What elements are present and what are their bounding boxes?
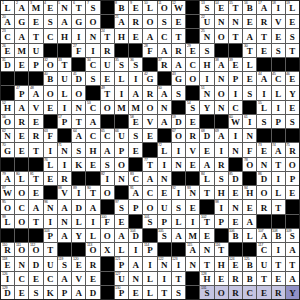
grid-cell-r17c9[interactable]: A bbox=[115, 229, 128, 242]
grid-cell-r4c7[interactable]: I bbox=[86, 44, 99, 57]
grid-cell-r16c11[interactable]: 101S bbox=[143, 215, 156, 228]
grid-cell-r19c15[interactable]: T bbox=[200, 257, 213, 270]
grid-cell-r11c9[interactable]: P bbox=[115, 143, 128, 156]
grid-cell-r16c12[interactable]: P bbox=[158, 215, 171, 228]
grid-cell-r11c8[interactable]: A bbox=[101, 143, 114, 156]
grid-cell-r19c3[interactable]: D bbox=[29, 257, 42, 270]
grid-cell-r16c3[interactable]: T bbox=[29, 215, 42, 228]
grid-cell-r19c13[interactable]: 123I bbox=[172, 257, 185, 270]
grid-cell-r18c2[interactable]: 111O bbox=[15, 243, 28, 256]
grid-cell-r18c10[interactable]: I bbox=[129, 243, 142, 256]
grid-cell-r3c13[interactable]: T bbox=[172, 29, 185, 42]
grid-cell-r20c15[interactable]: 128H bbox=[200, 272, 213, 285]
grid-cell-r17c8[interactable]: O bbox=[101, 229, 114, 242]
grid-cell-r11c12[interactable]: 72L bbox=[158, 143, 171, 156]
grid-cell-r19c5[interactable]: 119S bbox=[58, 257, 71, 270]
grid-cell-r4c2[interactable]: M bbox=[15, 44, 28, 57]
grid-cell-r20c21[interactable]: A bbox=[286, 272, 299, 285]
grid-cell-r14c13[interactable]: 92I bbox=[172, 186, 185, 199]
grid-cell-r4c3[interactable]: U bbox=[29, 44, 42, 57]
grid-cell-r6c20[interactable]: 45C bbox=[272, 72, 285, 85]
grid-cell-r1c10[interactable]: 9E bbox=[129, 1, 142, 14]
grid-cell-r4c19[interactable]: E bbox=[257, 44, 270, 57]
grid-cell-r15c13[interactable]: S bbox=[172, 200, 185, 213]
grid-cell-r9c13[interactable]: 59D bbox=[172, 115, 185, 128]
grid-cell-r2c6[interactable]: G bbox=[72, 15, 85, 28]
grid-cell-r5c2[interactable]: E bbox=[15, 58, 28, 71]
grid-cell-r20c11[interactable]: L bbox=[143, 272, 156, 285]
grid-cell-r19c10[interactable]: A bbox=[129, 257, 142, 270]
grid-cell-r10c2[interactable]: E bbox=[15, 129, 28, 142]
grid-cell-r7c4[interactable]: O bbox=[44, 86, 57, 99]
grid-cell-r16c17[interactable]: E bbox=[229, 215, 242, 228]
grid-cell-r2c4[interactable]: S bbox=[44, 15, 57, 28]
grid-cell-r6c8[interactable]: E bbox=[101, 72, 114, 85]
grid-cell-r14c12[interactable]: E bbox=[158, 186, 171, 199]
grid-cell-r13c3[interactable]: 81T bbox=[29, 172, 42, 185]
grid-cell-r5c4[interactable]: 32O bbox=[44, 58, 57, 71]
grid-cell-r11c10[interactable]: E bbox=[129, 143, 142, 156]
grid-cell-r10c6[interactable]: 64A bbox=[72, 129, 85, 142]
grid-cell-r17c18[interactable]: L bbox=[243, 229, 256, 242]
grid-cell-r1c4[interactable]: 4E bbox=[44, 1, 57, 14]
grid-cell-r6c10[interactable]: I bbox=[129, 72, 142, 85]
grid-cell-r19c12[interactable]: 122N bbox=[158, 257, 171, 270]
grid-cell-r20c16[interactable]: E bbox=[215, 272, 228, 285]
grid-cell-r2c18[interactable]: E bbox=[243, 15, 256, 28]
grid-cell-r4c13[interactable]: R bbox=[172, 44, 185, 57]
grid-cell-r17c21[interactable]: 109S bbox=[286, 229, 299, 242]
grid-cell-r14c1[interactable]: 87W bbox=[1, 186, 14, 199]
grid-cell-r5c16[interactable]: 38A bbox=[215, 58, 228, 71]
grid-cell-r14c17[interactable]: E bbox=[229, 186, 242, 199]
grid-cell-r13c10[interactable]: 83C bbox=[129, 172, 142, 185]
grid-cell-r3c5[interactable]: H bbox=[58, 29, 71, 42]
grid-cell-r2c5[interactable]: A bbox=[58, 15, 71, 28]
grid-cell-r15c6[interactable]: D bbox=[72, 200, 85, 213]
grid-cell-r11c16[interactable]: I bbox=[215, 143, 228, 156]
grid-cell-r20c20[interactable]: E bbox=[272, 272, 285, 285]
grid-cell-r11c7[interactable]: H bbox=[86, 143, 99, 156]
grid-cell-r10c8[interactable]: 65C bbox=[101, 129, 114, 142]
grid-cell-r7c5[interactable]: L bbox=[58, 86, 71, 99]
grid-cell-r7c16[interactable]: O bbox=[215, 86, 228, 99]
grid-cell-r7c2[interactable]: 47P bbox=[15, 86, 28, 99]
grid-cell-r15c19[interactable]: R bbox=[257, 200, 270, 213]
grid-cell-r6c9[interactable]: L bbox=[115, 72, 128, 85]
grid-cell-r17c10[interactable]: 104D bbox=[129, 229, 142, 242]
grid-cell-r6c15[interactable]: I bbox=[200, 72, 213, 85]
grid-cell-r18c7[interactable]: 113O bbox=[86, 243, 99, 256]
grid-cell-r13c8[interactable]: 82I bbox=[101, 172, 114, 185]
grid-cell-r8c6[interactable]: N bbox=[72, 101, 85, 114]
grid-cell-r20c6[interactable]: V bbox=[72, 272, 85, 285]
grid-cell-r15c17[interactable]: N bbox=[229, 200, 242, 213]
grid-cell-r6c18[interactable]: E bbox=[243, 72, 256, 85]
grid-cell-r7c20[interactable]: L bbox=[272, 86, 285, 99]
grid-cell-r2c7[interactable]: O bbox=[86, 15, 99, 28]
grid-cell-r12c20[interactable]: T bbox=[272, 158, 285, 171]
grid-cell-r13c20[interactable]: I bbox=[272, 172, 285, 185]
grid-cell-r8c19[interactable]: 55L bbox=[257, 101, 270, 114]
grid-cell-r18c9[interactable]: L bbox=[115, 243, 128, 256]
grid-cell-r21c19[interactable]: E bbox=[257, 286, 270, 299]
grid-cell-r12c14[interactable]: E bbox=[186, 158, 199, 171]
grid-cell-r19c17[interactable]: 124E bbox=[229, 257, 242, 270]
grid-cell-r19c7[interactable]: R bbox=[86, 257, 99, 270]
grid-cell-r7c18[interactable]: S bbox=[243, 86, 256, 99]
grid-cell-r3c7[interactable]: N bbox=[86, 29, 99, 42]
grid-cell-r1c5[interactable]: 5N bbox=[58, 1, 71, 14]
grid-cell-r6c21[interactable]: 46E bbox=[286, 72, 299, 85]
grid-cell-r3c1[interactable]: 23C bbox=[1, 29, 14, 42]
grid-cell-r2c12[interactable]: S bbox=[158, 15, 171, 28]
grid-cell-r15c18[interactable]: E bbox=[243, 200, 256, 213]
grid-cell-r8c3[interactable]: V bbox=[29, 101, 42, 114]
grid-cell-r17c17[interactable]: 106B bbox=[229, 229, 242, 242]
grid-cell-r17c5[interactable]: A bbox=[58, 229, 71, 242]
grid-cell-r3c17[interactable]: T bbox=[229, 29, 242, 42]
grid-cell-r2c21[interactable]: E bbox=[286, 15, 299, 28]
grid-cell-r2c2[interactable]: G bbox=[15, 15, 28, 28]
grid-cell-r16c14[interactable]: I bbox=[186, 215, 199, 228]
grid-cell-r3c18[interactable]: A bbox=[243, 29, 256, 42]
grid-cell-r2c16[interactable]: N bbox=[215, 15, 228, 28]
grid-cell-r19c2[interactable]: N bbox=[15, 257, 28, 270]
grid-cell-r17c6[interactable]: Y bbox=[72, 229, 85, 242]
grid-cell-r6c5[interactable]: U bbox=[58, 72, 71, 85]
grid-cell-r20c12[interactable]: I bbox=[158, 272, 171, 285]
grid-cell-r11c21[interactable]: 75R bbox=[286, 143, 299, 156]
grid-cell-r12c5[interactable]: I bbox=[58, 158, 71, 171]
grid-cell-r17c4[interactable]: 103P bbox=[44, 229, 57, 242]
grid-cell-r8c17[interactable]: C bbox=[229, 101, 242, 114]
grid-cell-r3c6[interactable]: I bbox=[72, 29, 85, 42]
grid-cell-r11c15[interactable]: E bbox=[200, 143, 213, 156]
grid-cell-r14c2[interactable]: O bbox=[15, 186, 28, 199]
grid-cell-r21c1[interactable]: 129D bbox=[1, 286, 14, 299]
grid-cell-r14c16[interactable]: H bbox=[215, 186, 228, 199]
grid-cell-r11c14[interactable]: V bbox=[186, 143, 199, 156]
grid-cell-r3c3[interactable]: T bbox=[29, 29, 42, 42]
grid-cell-r16c16[interactable]: P bbox=[215, 215, 228, 228]
grid-cell-r13c16[interactable]: S bbox=[215, 172, 228, 185]
grid-cell-r1c3[interactable]: 3M bbox=[29, 1, 42, 14]
grid-cell-r17c7[interactable]: L bbox=[86, 229, 99, 242]
grid-cell-r21c6[interactable]: A bbox=[72, 286, 85, 299]
grid-cell-r21c16[interactable]: O bbox=[215, 286, 228, 299]
grid-cell-r21c9[interactable]: 130P bbox=[115, 286, 128, 299]
grid-cell-r9c21[interactable]: S bbox=[286, 115, 299, 128]
grid-cell-r1c1[interactable]: 1L bbox=[1, 1, 14, 14]
grid-cell-r5c17[interactable]: 39E bbox=[229, 58, 242, 71]
grid-cell-r6c14[interactable]: O bbox=[186, 72, 199, 85]
grid-cell-r11c2[interactable]: E bbox=[15, 143, 28, 156]
grid-cell-r3c8[interactable]: 24T bbox=[101, 29, 114, 42]
grid-cell-r10c16[interactable]: 69A bbox=[215, 129, 228, 142]
grid-cell-r21c4[interactable]: K bbox=[44, 286, 57, 299]
grid-cell-r11c19[interactable]: 73E bbox=[257, 143, 270, 156]
grid-cell-r1c11[interactable]: 10L bbox=[143, 1, 156, 14]
grid-cell-r20c3[interactable]: E bbox=[29, 272, 42, 285]
grid-cell-r17c19[interactable]: 107A bbox=[257, 229, 270, 242]
grid-cell-r6c17[interactable]: P bbox=[229, 72, 242, 85]
grid-cell-r10c9[interactable]: 66U bbox=[115, 129, 128, 142]
grid-cell-r8c4[interactable]: E bbox=[44, 101, 57, 114]
grid-cell-r12c18[interactable]: 78O bbox=[243, 158, 256, 171]
grid-cell-r9c6[interactable]: T bbox=[72, 115, 85, 128]
grid-cell-r1c21[interactable]: 19L bbox=[286, 1, 299, 14]
grid-cell-r17c12[interactable]: 105S bbox=[158, 229, 171, 242]
grid-cell-r14c11[interactable]: C bbox=[143, 186, 156, 199]
grid-cell-r20c13[interactable]: T bbox=[172, 272, 185, 285]
grid-cell-r21c18[interactable]: C bbox=[243, 286, 256, 299]
grid-cell-r4c6[interactable]: 27F bbox=[72, 44, 85, 57]
grid-cell-r10c15[interactable]: 68D bbox=[200, 129, 213, 142]
grid-cell-r1c16[interactable]: 14E bbox=[215, 1, 228, 14]
grid-cell-r17c14[interactable]: M bbox=[186, 229, 199, 242]
grid-cell-r14c5[interactable]: 88V bbox=[58, 186, 71, 199]
grid-cell-r1c12[interactable]: 11O bbox=[158, 1, 171, 14]
grid-cell-r1c7[interactable]: 7S bbox=[86, 1, 99, 14]
grid-cell-r9c5[interactable]: 57P bbox=[58, 115, 71, 128]
grid-cell-r8c12[interactable]: N bbox=[158, 101, 171, 114]
grid-cell-r3c10[interactable]: E bbox=[129, 29, 142, 42]
grid-cell-r12c4[interactable]: 76L bbox=[44, 158, 57, 171]
grid-cell-r10c10[interactable]: S bbox=[129, 129, 142, 142]
grid-cell-r10c13[interactable]: 67O bbox=[172, 129, 185, 142]
grid-cell-r8c20[interactable]: I bbox=[272, 101, 285, 114]
grid-cell-r13c4[interactable]: E bbox=[44, 172, 57, 185]
grid-cell-r21c2[interactable]: E bbox=[15, 286, 28, 299]
grid-cell-r8c7[interactable]: 53C bbox=[86, 101, 99, 114]
grid-cell-r12c19[interactable]: N bbox=[257, 158, 270, 171]
grid-cell-r12c7[interactable]: E bbox=[86, 158, 99, 171]
grid-cell-r15c3[interactable]: A bbox=[29, 200, 42, 213]
grid-cell-r12c13[interactable]: N bbox=[172, 158, 185, 171]
grid-cell-r10c4[interactable]: 63F bbox=[44, 129, 57, 142]
grid-cell-r1c2[interactable]: 2A bbox=[15, 1, 28, 14]
grid-cell-r7c17[interactable]: I bbox=[229, 86, 242, 99]
grid-cell-r9c19[interactable]: S bbox=[257, 115, 270, 128]
grid-cell-r7c13[interactable]: S bbox=[172, 86, 185, 99]
grid-cell-r12c16[interactable]: R bbox=[215, 158, 228, 171]
grid-cell-r15c7[interactable]: A bbox=[86, 200, 99, 213]
grid-cell-r5c9[interactable]: 35S bbox=[115, 58, 128, 71]
grid-cell-r13c19[interactable]: 86D bbox=[257, 172, 270, 185]
grid-cell-r9c3[interactable]: E bbox=[29, 115, 42, 128]
grid-cell-r5c15[interactable]: H bbox=[200, 58, 213, 71]
grid-cell-r19c20[interactable]: T bbox=[272, 257, 285, 270]
grid-cell-r14c18[interactable]: 94H bbox=[243, 186, 256, 199]
grid-cell-r9c20[interactable]: P bbox=[272, 115, 285, 128]
grid-cell-r9c18[interactable]: 61I bbox=[243, 115, 256, 128]
grid-cell-r16c5[interactable]: N bbox=[58, 215, 71, 228]
grid-cell-r8c10[interactable]: M bbox=[129, 101, 142, 114]
grid-cell-r20c18[interactable]: B bbox=[243, 272, 256, 285]
grid-cell-r16c8[interactable]: 100F bbox=[101, 215, 114, 228]
grid-cell-r18c3[interactable]: 112O bbox=[29, 243, 42, 256]
grid-cell-r16c13[interactable]: L bbox=[172, 215, 185, 228]
grid-cell-r5c14[interactable]: C bbox=[186, 58, 199, 71]
grid-cell-r8c1[interactable]: 52H bbox=[1, 101, 14, 114]
grid-cell-r2c20[interactable]: V bbox=[272, 15, 285, 28]
grid-cell-r7c6[interactable]: O bbox=[72, 86, 85, 99]
grid-cell-r18c16[interactable]: 116T bbox=[215, 243, 228, 256]
grid-cell-r7c21[interactable]: Y bbox=[286, 86, 299, 99]
grid-cell-r19c11[interactable]: I bbox=[143, 257, 156, 270]
grid-cell-r16c18[interactable]: A bbox=[243, 215, 256, 228]
grid-cell-r20c10[interactable]: N bbox=[129, 272, 142, 285]
grid-cell-r6c6[interactable]: 41D bbox=[72, 72, 85, 85]
grid-cell-r16c9[interactable]: E bbox=[115, 215, 128, 228]
grid-cell-r3c11[interactable]: A bbox=[143, 29, 156, 42]
grid-cell-r8c15[interactable]: Y bbox=[200, 101, 213, 114]
grid-cell-r8c14[interactable]: 54S bbox=[186, 101, 199, 114]
grid-cell-r21c5[interactable]: P bbox=[58, 286, 71, 299]
grid-cell-r1c6[interactable]: 6T bbox=[72, 1, 85, 14]
grid-cell-r4c8[interactable]: R bbox=[101, 44, 114, 57]
grid-cell-r1c13[interactable]: 12W bbox=[172, 1, 185, 14]
grid-cell-r4c21[interactable]: T bbox=[286, 44, 299, 57]
grid-cell-r14c20[interactable]: L bbox=[272, 186, 285, 199]
grid-cell-r14c8[interactable]: O bbox=[101, 186, 114, 199]
grid-cell-r10c3[interactable]: R bbox=[29, 129, 42, 142]
grid-cell-r8c8[interactable]: O bbox=[101, 101, 114, 114]
grid-cell-r3c16[interactable]: O bbox=[215, 29, 228, 42]
grid-cell-r20c9[interactable]: 127U bbox=[115, 272, 128, 285]
grid-cell-r11c5[interactable]: 71N bbox=[58, 143, 71, 156]
grid-cell-r17c20[interactable]: 108B bbox=[272, 229, 285, 242]
grid-cell-r8c16[interactable]: N bbox=[215, 101, 228, 114]
grid-cell-r7c8[interactable]: 49T bbox=[101, 86, 114, 99]
grid-cell-r6c16[interactable]: N bbox=[215, 72, 228, 85]
grid-cell-r14c3[interactable]: E bbox=[29, 186, 42, 199]
grid-cell-r3c19[interactable]: T bbox=[257, 29, 270, 42]
grid-cell-r15c4[interactable]: 96N bbox=[44, 200, 57, 213]
grid-cell-r20c2[interactable]: C bbox=[15, 272, 28, 285]
grid-cell-r10c7[interactable]: C bbox=[86, 129, 99, 142]
grid-cell-r2c17[interactable]: N bbox=[229, 15, 242, 28]
grid-cell-r6c4[interactable]: 40B bbox=[44, 72, 57, 85]
grid-cell-r16c2[interactable]: O bbox=[15, 215, 28, 228]
grid-cell-r14c21[interactable]: E bbox=[286, 186, 299, 199]
grid-cell-r11c13[interactable]: I bbox=[172, 143, 185, 156]
grid-cell-r10c11[interactable]: E bbox=[143, 129, 156, 142]
grid-cell-r3c2[interactable]: A bbox=[15, 29, 28, 42]
grid-cell-r19c14[interactable]: N bbox=[186, 257, 199, 270]
grid-cell-r13c21[interactable]: P bbox=[286, 172, 299, 185]
grid-cell-r2c9[interactable]: 21A bbox=[115, 15, 128, 28]
grid-cell-r5c3[interactable]: P bbox=[29, 58, 42, 71]
grid-cell-r7c9[interactable]: I bbox=[115, 86, 128, 99]
grid-cell-r11c3[interactable]: T bbox=[29, 143, 42, 156]
grid-cell-r13c5[interactable]: R bbox=[58, 172, 71, 185]
grid-cell-r15c16[interactable]: 98I bbox=[215, 200, 228, 213]
grid-cell-r19c9[interactable]: 121P bbox=[115, 257, 128, 270]
grid-cell-r1c18[interactable]: 16B bbox=[243, 1, 256, 14]
grid-cell-r5c5[interactable]: 33T bbox=[58, 58, 71, 71]
grid-cell-r8c9[interactable]: M bbox=[115, 101, 128, 114]
grid-cell-r20c5[interactable]: A bbox=[58, 272, 71, 285]
grid-cell-r18c8[interactable]: X bbox=[101, 243, 114, 256]
grid-cell-r12c6[interactable]: K bbox=[72, 158, 85, 171]
grid-cell-r7c10[interactable]: A bbox=[129, 86, 142, 99]
grid-cell-r9c17[interactable]: 60W bbox=[229, 115, 242, 128]
grid-cell-r13c15[interactable]: 84L bbox=[200, 172, 213, 185]
grid-cell-r13c11[interactable]: A bbox=[143, 172, 156, 185]
grid-cell-r19c1[interactable]: 118E bbox=[1, 257, 14, 270]
grid-cell-r19c16[interactable]: H bbox=[215, 257, 228, 270]
grid-cell-r21c20[interactable]: R bbox=[272, 286, 285, 299]
grid-cell-r8c21[interactable]: E bbox=[286, 101, 299, 114]
grid-cell-r3c12[interactable]: C bbox=[158, 29, 171, 42]
grid-cell-r5c7[interactable]: 34C bbox=[86, 58, 99, 71]
grid-cell-r8c11[interactable]: O bbox=[143, 101, 156, 114]
grid-cell-r7c3[interactable]: 48A bbox=[29, 86, 42, 99]
grid-cell-r20c19[interactable]: T bbox=[257, 272, 270, 285]
grid-cell-r4c1[interactable]: 26E bbox=[1, 44, 14, 57]
grid-cell-r9c12[interactable]: A bbox=[158, 115, 171, 128]
grid-cell-r18c1[interactable]: 110R bbox=[1, 243, 14, 256]
grid-cell-r18c11[interactable]: 114P bbox=[143, 243, 156, 256]
grid-cell-r6c13[interactable]: 43G bbox=[172, 72, 185, 85]
grid-cell-r4c14[interactable]: 29E bbox=[186, 44, 199, 57]
grid-cell-r14c6[interactable]: 89I bbox=[72, 186, 85, 199]
grid-cell-r16c7[interactable]: I bbox=[86, 215, 99, 228]
grid-cell-r11c18[interactable]: F bbox=[243, 143, 256, 156]
grid-cell-r16c1[interactable]: 99L bbox=[1, 215, 14, 228]
grid-cell-r21c15[interactable]: 131S bbox=[200, 286, 213, 299]
grid-cell-r6c19[interactable]: 44A bbox=[257, 72, 270, 85]
grid-cell-r15c20[interactable]: T bbox=[272, 200, 285, 213]
grid-cell-r6c7[interactable]: S bbox=[86, 72, 99, 85]
grid-cell-r14c14[interactable]: 93N bbox=[186, 186, 199, 199]
grid-cell-r21c11[interactable]: L bbox=[143, 286, 156, 299]
grid-cell-r12c8[interactable]: S bbox=[101, 158, 114, 171]
grid-cell-r9c11[interactable]: V bbox=[143, 115, 156, 128]
grid-cell-r13c1[interactable]: 79A bbox=[1, 172, 14, 185]
grid-cell-r11c1[interactable]: 70G bbox=[1, 143, 14, 156]
grid-cell-r4c15[interactable]: S bbox=[200, 44, 213, 57]
grid-cell-r15c2[interactable]: C bbox=[15, 200, 28, 213]
grid-cell-r12c9[interactable]: O bbox=[115, 158, 128, 171]
grid-cell-r19c18[interactable]: 125B bbox=[243, 257, 256, 270]
grid-cell-r5c1[interactable]: 31D bbox=[1, 58, 14, 71]
grid-cell-r16c4[interactable]: I bbox=[44, 215, 57, 228]
grid-cell-r20c7[interactable]: E bbox=[86, 272, 99, 285]
grid-cell-r16c15[interactable]: 102T bbox=[200, 215, 213, 228]
grid-cell-r21c7[interactable]: D bbox=[86, 286, 99, 299]
grid-cell-r1c15[interactable]: 13S bbox=[200, 1, 213, 14]
grid-cell-r14c7[interactable]: 90T bbox=[86, 186, 99, 199]
grid-cell-r12c21[interactable]: O bbox=[286, 158, 299, 171]
grid-cell-r4c11[interactable]: 28F bbox=[143, 44, 156, 57]
grid-cell-r6c11[interactable]: 42G bbox=[143, 72, 156, 85]
grid-cell-r20c17[interactable]: R bbox=[229, 272, 242, 285]
grid-cell-r5c8[interactable]: U bbox=[101, 58, 114, 71]
grid-cell-r9c2[interactable]: R bbox=[15, 115, 28, 128]
grid-cell-r15c1[interactable]: 95O bbox=[1, 200, 14, 213]
grid-cell-r9c7[interactable]: A bbox=[86, 115, 99, 128]
grid-cell-r7c12[interactable]: 50A bbox=[158, 86, 171, 99]
grid-cell-r11c6[interactable]: S bbox=[72, 143, 85, 156]
grid-cell-r10c14[interactable]: R bbox=[186, 129, 199, 142]
grid-cell-r19c6[interactable]: 120E bbox=[72, 257, 85, 270]
grid-cell-r10c1[interactable]: 62N bbox=[1, 129, 14, 142]
grid-cell-r15c11[interactable]: O bbox=[143, 200, 156, 213]
grid-cell-r5c13[interactable]: A bbox=[172, 58, 185, 71]
